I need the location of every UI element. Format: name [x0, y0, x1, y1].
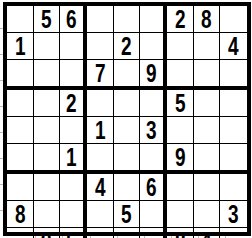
given-digit: 7: [95, 60, 106, 86]
cell-r1c6[interactable]: [140, 6, 167, 33]
cell-r7c4[interactable]: 4: [87, 174, 114, 201]
cell-r6c4[interactable]: [87, 144, 114, 174]
given-digit: 8: [15, 201, 26, 227]
given-digit: 2: [66, 90, 77, 116]
cell-r1c2[interactable]: 5: [34, 6, 61, 33]
cell-r7c2[interactable]: [34, 174, 61, 201]
given-digit: 2: [175, 6, 186, 32]
cell-r2c9[interactable]: 4: [220, 33, 247, 60]
given-digit: 9: [41, 228, 52, 238]
given-digit: 4: [228, 33, 239, 59]
cell-r5c4[interactable]: 1: [87, 117, 114, 144]
cell-r1c3[interactable]: 6: [60, 6, 87, 33]
cell-r5c2[interactable]: [34, 117, 61, 144]
cell-r6c6[interactable]: [140, 144, 167, 174]
given-digit: 8: [201, 6, 212, 32]
sudoku-puzzle-image: 562812479251319468539584: [0, 0, 252, 238]
cell-r4c5[interactable]: [114, 90, 141, 117]
gridline-tick: [198, 236, 199, 238]
cell-r2c5[interactable]: 2: [114, 33, 141, 60]
cell-r5c8[interactable]: [194, 117, 221, 144]
cell-r3c1[interactable]: [7, 60, 34, 90]
given-digit: 5: [66, 228, 77, 238]
cell-r3c5[interactable]: [114, 60, 141, 90]
gridline-tick: [0, 28, 3, 29]
given-digit: 9: [175, 144, 186, 170]
cell-r9c2[interactable]: 9: [34, 228, 61, 238]
cell-r5c5[interactable]: [114, 117, 141, 144]
cell-r3c7[interactable]: [167, 60, 194, 90]
cell-r9c1[interactable]: [7, 228, 34, 238]
cell-r6c3[interactable]: 1: [60, 144, 87, 174]
cell-r2c6[interactable]: [140, 33, 167, 60]
gridline-tick: [35, 236, 36, 238]
gridline-tick: [0, 80, 3, 81]
cell-r8c1[interactable]: 8: [7, 201, 34, 228]
cell-r4c4[interactable]: [87, 90, 114, 117]
cell-r8c2[interactable]: [34, 201, 61, 228]
cell-r8c5[interactable]: 5: [114, 201, 141, 228]
gridline-tick: [144, 236, 145, 238]
cell-r2c3[interactable]: [60, 33, 87, 60]
cell-r1c8[interactable]: 8: [194, 6, 221, 33]
given-digit: 1: [95, 117, 106, 143]
cell-r3c6[interactable]: 9: [140, 60, 167, 90]
cell-r3c8[interactable]: [194, 60, 221, 90]
given-digit: 5: [41, 6, 52, 32]
sudoku-board: 562812479251319468539584: [3, 2, 251, 236]
cell-r8c3[interactable]: [60, 201, 87, 228]
cell-r8c9[interactable]: 3: [220, 201, 247, 228]
cell-r5c6[interactable]: 3: [140, 117, 167, 144]
cell-r1c5[interactable]: [114, 6, 141, 33]
cell-r5c7[interactable]: [167, 117, 194, 144]
gridline-tick: [117, 236, 118, 238]
cell-r3c9[interactable]: [220, 60, 247, 90]
given-digit: 6: [146, 174, 157, 200]
gridline-tick: [225, 236, 226, 238]
cell-r4c2[interactable]: [34, 90, 61, 117]
gridline-tick: [0, 106, 3, 107]
cell-r6c7[interactable]: 9: [167, 144, 194, 174]
given-digit: 1: [66, 144, 77, 170]
given-digit: 5: [121, 201, 132, 227]
given-digit: 4: [201, 228, 212, 238]
gridline-tick: [0, 54, 3, 55]
cell-r2c7[interactable]: [167, 33, 194, 60]
cell-r4c7[interactable]: 5: [167, 90, 194, 117]
cell-r6c1[interactable]: [7, 144, 34, 174]
cell-r8c4[interactable]: [87, 201, 114, 228]
gridline-tick: [0, 158, 3, 159]
cell-r2c8[interactable]: [194, 33, 221, 60]
cell-r7c5[interactable]: [114, 174, 141, 201]
cell-r4c9[interactable]: [220, 90, 247, 117]
cell-r4c1[interactable]: [7, 90, 34, 117]
cell-r4c8[interactable]: [194, 90, 221, 117]
gridline-tick: [0, 184, 3, 185]
gridline-tick: [171, 236, 172, 238]
cell-r7c6[interactable]: 6: [140, 174, 167, 201]
gridline-tick: [0, 210, 3, 211]
given-digit: 2: [121, 33, 132, 59]
cell-r4c6[interactable]: [140, 90, 167, 117]
cell-r7c3[interactable]: [60, 174, 87, 201]
given-digit: 3: [146, 117, 157, 143]
cell-r3c2[interactable]: [34, 60, 61, 90]
gridline-tick: [90, 236, 91, 238]
cell-r5c1[interactable]: [7, 117, 34, 144]
cell-r8c7[interactable]: [167, 201, 194, 228]
given-digit: 3: [228, 201, 239, 227]
cell-r8c6[interactable]: [140, 201, 167, 228]
cell-r5c9[interactable]: [220, 117, 247, 144]
cell-r7c1[interactable]: [7, 174, 34, 201]
cell-r6c2[interactable]: [34, 144, 61, 174]
given-digit: 5: [175, 90, 186, 116]
given-digit: 9: [146, 60, 157, 86]
cell-r1c4[interactable]: [87, 6, 114, 33]
cell-r2c2[interactable]: [34, 33, 61, 60]
given-digit: 1: [15, 33, 26, 59]
given-digit: 6: [66, 6, 77, 32]
cell-r4c3[interactable]: 2: [60, 90, 87, 117]
cell-r2c4[interactable]: [87, 33, 114, 60]
cell-r1c9[interactable]: [220, 6, 247, 33]
gridline-tick: [62, 236, 63, 238]
cell-r9c3[interactable]: 5: [60, 228, 87, 238]
cell-r3c3[interactable]: [60, 60, 87, 90]
cell-r6c5[interactable]: [114, 144, 141, 174]
cell-r1c7[interactable]: 2: [167, 6, 194, 33]
cell-r6c8[interactable]: [194, 144, 221, 174]
cell-r8c8[interactable]: [194, 201, 221, 228]
cell-r1c1[interactable]: [7, 6, 34, 33]
given-digit: 8: [175, 228, 186, 238]
cell-r3c4[interactable]: 7: [87, 60, 114, 90]
gridline-tick: [0, 132, 3, 133]
cell-r7c7[interactable]: [167, 174, 194, 201]
cell-r7c8[interactable]: [194, 174, 221, 201]
cell-r6c9[interactable]: [220, 144, 247, 174]
cell-r5c3[interactable]: [60, 117, 87, 144]
cell-r2c1[interactable]: 1: [7, 33, 34, 60]
given-digit: 4: [95, 174, 106, 200]
cell-r7c9[interactable]: [220, 174, 247, 201]
